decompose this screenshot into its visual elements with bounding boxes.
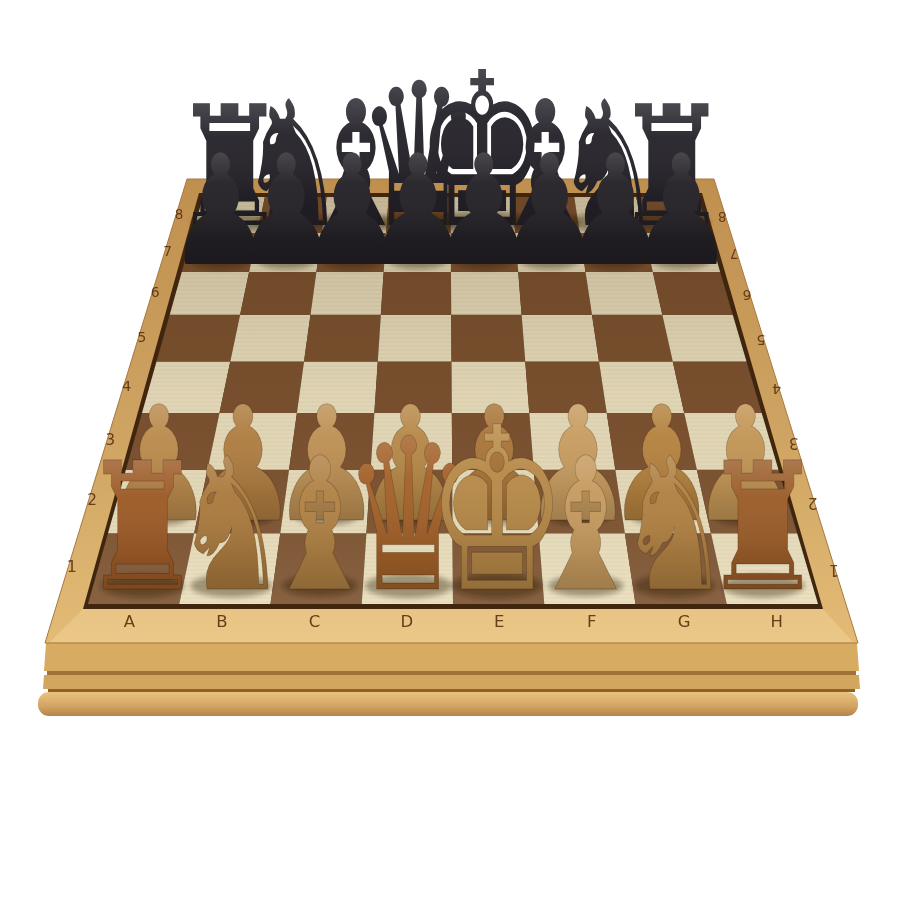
- rank-label-right-1: 1: [829, 561, 839, 580]
- rank-label-right-6: 6: [742, 287, 751, 303]
- rank-label-right-5: 5: [756, 332, 765, 348]
- piece-shade-bP-h7: ♟: [628, 122, 735, 299]
- box-middle-molding: [43, 675, 860, 689]
- rank-label-left-5: 5: [137, 329, 146, 345]
- molding-groove-2: [48, 689, 855, 692]
- base-bullnose-molding: [38, 692, 858, 716]
- rank-label-left-1: 1: [67, 557, 77, 576]
- piece-shade-wR-h1: ♜: [701, 425, 825, 630]
- molding-groove-1: [47, 671, 856, 675]
- chess-board-scene: ABCDEFGH1122334455667788 ♜♜♞♞♝♝♛♛♚♚♝♝♞♞♜…: [0, 0, 900, 900]
- chess-set-photo: ABCDEFGH1122334455667788 ♜♜♞♞♝♝♛♛♚♚♝♝♞♞♜…: [0, 0, 900, 900]
- box-front-face: [44, 643, 859, 671]
- box-base-moldings: [38, 643, 860, 716]
- rank-label-left-6: 6: [151, 284, 160, 300]
